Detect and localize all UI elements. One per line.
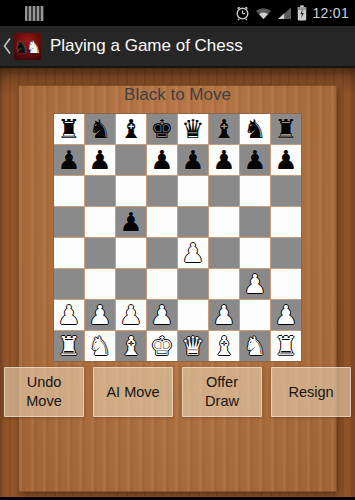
white-knight: ♞	[85, 331, 115, 361]
white-pawn: ♟	[54, 300, 84, 330]
square-b4[interactable]	[240, 238, 270, 268]
black-knight: ♞	[85, 114, 115, 144]
status-bar-left	[25, 6, 44, 21]
square-f6[interactable]	[116, 176, 146, 206]
battery-charging-icon	[297, 5, 307, 21]
black-pawn: ♟	[54, 145, 84, 175]
wifi-icon	[255, 7, 272, 20]
white-bishop: ♝	[209, 331, 239, 361]
black-rook: ♜	[271, 114, 301, 144]
square-c3[interactable]	[209, 269, 239, 299]
square-c1[interactable]: ♝	[209, 331, 239, 361]
turn-indicator: Black to Move	[0, 85, 355, 105]
square-a7[interactable]: ♟	[271, 145, 301, 175]
square-e4[interactable]	[147, 238, 177, 268]
square-a5[interactable]	[271, 207, 301, 237]
square-b8[interactable]: ♞	[240, 114, 270, 144]
clock-time: 12:01	[312, 5, 349, 21]
square-b1[interactable]: ♞	[240, 331, 270, 361]
square-h7[interactable]: ♟	[54, 145, 84, 175]
cell-signal-icon	[277, 7, 292, 20]
resign-button[interactable]: Resign	[271, 367, 351, 417]
square-e2[interactable]: ♟	[147, 300, 177, 330]
page-title: Playing a Game of Chess	[50, 36, 243, 56]
action-bar: ♞ ♞ Playing a Game of Chess	[0, 26, 355, 68]
square-g8[interactable]: ♞	[85, 114, 115, 144]
black-king: ♚	[147, 114, 177, 144]
white-pawn: ♟	[116, 300, 146, 330]
notification-stripes-icon	[25, 6, 44, 21]
square-d2[interactable]	[178, 300, 208, 330]
square-f5[interactable]: ♟	[116, 207, 146, 237]
square-g6[interactable]	[85, 176, 115, 206]
black-pawn: ♟	[116, 207, 146, 237]
black-pawn: ♟	[271, 145, 301, 175]
square-c4[interactable]	[209, 238, 239, 268]
square-d1[interactable]: ♛	[178, 331, 208, 361]
square-d4[interactable]: ♟	[178, 238, 208, 268]
square-b3[interactable]: ♟	[240, 269, 270, 299]
square-g2[interactable]: ♟	[85, 300, 115, 330]
wood-background: Black to Move ♜♞♝♚♛♝♞♜♟♟♟♟♟♟♟♟♟♟♟♟♟♟♟♟♜♞…	[0, 68, 355, 500]
square-c2[interactable]: ♟	[209, 300, 239, 330]
square-e1[interactable]: ♚	[147, 331, 177, 361]
white-pawn: ♟	[147, 300, 177, 330]
square-a6[interactable]	[271, 176, 301, 206]
square-c7[interactable]: ♟	[209, 145, 239, 175]
square-a8[interactable]: ♜	[271, 114, 301, 144]
offer-draw-button[interactable]: Offer Draw	[182, 367, 262, 417]
black-pawn: ♟	[209, 145, 239, 175]
square-g5[interactable]	[85, 207, 115, 237]
square-f3[interactable]	[116, 269, 146, 299]
square-e8[interactable]: ♚	[147, 114, 177, 144]
square-b7[interactable]: ♟	[240, 145, 270, 175]
white-bishop: ♝	[116, 331, 146, 361]
white-pawn: ♟	[209, 300, 239, 330]
white-knight: ♞	[240, 331, 270, 361]
white-knight-icon: ♞	[26, 35, 41, 60]
square-e3[interactable]	[147, 269, 177, 299]
square-f2[interactable]: ♟	[116, 300, 146, 330]
ai-move-button[interactable]: AI Move	[93, 367, 173, 417]
black-queen: ♛	[178, 114, 208, 144]
white-pawn: ♟	[178, 238, 208, 268]
square-h4[interactable]	[54, 238, 84, 268]
square-g7[interactable]: ♟	[85, 145, 115, 175]
square-d6[interactable]	[178, 176, 208, 206]
white-rook: ♜	[54, 331, 84, 361]
square-c8[interactable]: ♝	[209, 114, 239, 144]
square-h8[interactable]: ♜	[54, 114, 84, 144]
square-b6[interactable]	[240, 176, 270, 206]
square-f4[interactable]	[116, 238, 146, 268]
square-h5[interactable]	[54, 207, 84, 237]
square-f8[interactable]: ♝	[116, 114, 146, 144]
square-g3[interactable]	[85, 269, 115, 299]
square-g1[interactable]: ♞	[85, 331, 115, 361]
square-h2[interactable]: ♟	[54, 300, 84, 330]
black-pawn: ♟	[178, 145, 208, 175]
status-bar: 12:01	[0, 0, 355, 26]
black-pawn: ♟	[85, 145, 115, 175]
square-g4[interactable]	[85, 238, 115, 268]
square-a1[interactable]: ♜	[271, 331, 301, 361]
black-knight: ♞	[240, 114, 270, 144]
square-e6[interactable]	[147, 176, 177, 206]
alarm-clock-icon	[235, 5, 250, 21]
android-screen: 12:01 ♞ ♞ Playing a Game of Chess Black …	[0, 0, 355, 500]
black-rook: ♜	[54, 114, 84, 144]
white-rook: ♜	[271, 331, 301, 361]
square-b2[interactable]	[240, 300, 270, 330]
square-c6[interactable]	[209, 176, 239, 206]
black-bishop: ♝	[116, 114, 146, 144]
square-e5[interactable]	[147, 207, 177, 237]
square-a4[interactable]	[271, 238, 301, 268]
black-pawn: ♟	[147, 145, 177, 175]
white-pawn: ♟	[271, 300, 301, 330]
square-d7[interactable]: ♟	[178, 145, 208, 175]
chess-board: ♜♞♝♚♛♝♞♜♟♟♟♟♟♟♟♟♟♟♟♟♟♟♟♟♜♞♝♚♛♝♞♜	[53, 113, 302, 362]
status-bar-right: 12:01	[235, 5, 349, 21]
square-f1[interactable]: ♝	[116, 331, 146, 361]
square-d3[interactable]	[178, 269, 208, 299]
black-bishop: ♝	[209, 114, 239, 144]
square-f7[interactable]	[116, 145, 146, 175]
white-king: ♚	[147, 331, 177, 361]
undo-move-button[interactable]: Undo Move	[4, 367, 84, 417]
square-b5[interactable]	[240, 207, 270, 237]
back-chevron-icon[interactable]	[3, 37, 12, 55]
white-queen: ♛	[178, 331, 208, 361]
square-h3[interactable]	[54, 269, 84, 299]
square-a3[interactable]	[271, 269, 301, 299]
app-icon-chess-knights[interactable]: ♞ ♞	[14, 33, 41, 60]
square-d5[interactable]	[178, 207, 208, 237]
square-h1[interactable]: ♜	[54, 331, 84, 361]
game-button-row: Undo Move AI Move Offer Draw Resign	[4, 367, 351, 417]
square-h6[interactable]	[54, 176, 84, 206]
square-c5[interactable]	[209, 207, 239, 237]
black-pawn: ♟	[240, 145, 270, 175]
square-e7[interactable]: ♟	[147, 145, 177, 175]
square-d8[interactable]: ♛	[178, 114, 208, 144]
white-pawn: ♟	[240, 269, 270, 299]
white-pawn: ♟	[85, 300, 115, 330]
square-a2[interactable]: ♟	[271, 300, 301, 330]
